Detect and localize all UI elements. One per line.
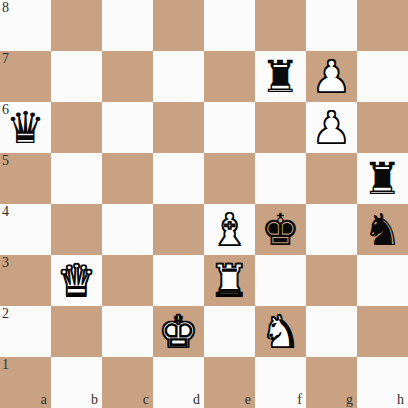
piece-white-king-d2[interactable]: ♚: [159, 306, 198, 357]
square-f6[interactable]: [255, 102, 306, 153]
square-b4[interactable]: [51, 204, 102, 255]
square-g7[interactable]: ♟: [306, 51, 357, 102]
rank-label-3: 3: [2, 255, 9, 271]
square-b3[interactable]: ♛: [51, 255, 102, 306]
square-b7[interactable]: [51, 51, 102, 102]
square-c5[interactable]: [102, 153, 153, 204]
square-d8[interactable]: [153, 0, 204, 51]
square-e6[interactable]: [204, 102, 255, 153]
piece-black-queen-a6[interactable]: ♛: [6, 102, 45, 153]
square-a2[interactable]: 2: [0, 306, 51, 357]
square-d2[interactable]: ♚: [153, 306, 204, 357]
piece-black-knight-h4[interactable]: ♞: [363, 204, 402, 255]
rank-label-1: 1: [2, 357, 9, 373]
file-label-e: e: [245, 392, 251, 408]
square-h6[interactable]: [357, 102, 408, 153]
square-b8[interactable]: [51, 0, 102, 51]
piece-white-rook-e3[interactable]: ♜: [210, 255, 249, 306]
rank-label-8: 8: [2, 0, 9, 16]
piece-white-bishop-e4[interactable]: ♝: [210, 204, 249, 255]
square-f7[interactable]: ♜: [255, 51, 306, 102]
square-h7[interactable]: [357, 51, 408, 102]
square-g6[interactable]: ♟: [306, 102, 357, 153]
square-a8[interactable]: 8: [0, 0, 51, 51]
square-d5[interactable]: [153, 153, 204, 204]
square-g2[interactable]: [306, 306, 357, 357]
file-label-h: h: [397, 392, 404, 408]
file-label-f: f: [297, 392, 302, 408]
piece-black-king-f4[interactable]: ♚: [261, 204, 300, 255]
chess-board: 87♜♟6♛♟5♜4♝♚♞3♛♜2♚♞1abcdefgh: [0, 0, 408, 408]
square-a3[interactable]: 3: [0, 255, 51, 306]
square-h5[interactable]: ♜: [357, 153, 408, 204]
square-d7[interactable]: [153, 51, 204, 102]
square-e4[interactable]: ♝: [204, 204, 255, 255]
square-f1[interactable]: f: [255, 357, 306, 408]
square-d1[interactable]: d: [153, 357, 204, 408]
square-d6[interactable]: [153, 102, 204, 153]
file-label-g: g: [346, 392, 353, 408]
square-f2[interactable]: ♞: [255, 306, 306, 357]
square-c6[interactable]: [102, 102, 153, 153]
file-label-c: c: [143, 392, 149, 408]
square-a1[interactable]: 1a: [0, 357, 51, 408]
square-b2[interactable]: [51, 306, 102, 357]
square-g1[interactable]: g: [306, 357, 357, 408]
square-d4[interactable]: [153, 204, 204, 255]
square-g3[interactable]: [306, 255, 357, 306]
square-d3[interactable]: [153, 255, 204, 306]
rank-label-2: 2: [2, 306, 9, 322]
square-c4[interactable]: [102, 204, 153, 255]
square-g5[interactable]: [306, 153, 357, 204]
square-c1[interactable]: c: [102, 357, 153, 408]
square-c3[interactable]: [102, 255, 153, 306]
square-f5[interactable]: [255, 153, 306, 204]
piece-white-knight-f2[interactable]: ♞: [261, 306, 300, 357]
square-f3[interactable]: [255, 255, 306, 306]
square-e3[interactable]: ♜: [204, 255, 255, 306]
piece-white-pawn-g6[interactable]: ♟: [312, 102, 351, 153]
file-label-a: a: [41, 392, 47, 408]
square-e5[interactable]: [204, 153, 255, 204]
square-e2[interactable]: [204, 306, 255, 357]
square-e1[interactable]: e: [204, 357, 255, 408]
square-a4[interactable]: 4: [0, 204, 51, 255]
square-f4[interactable]: ♚: [255, 204, 306, 255]
square-c2[interactable]: [102, 306, 153, 357]
square-h8[interactable]: [357, 0, 408, 51]
square-e7[interactable]: [204, 51, 255, 102]
square-b6[interactable]: [51, 102, 102, 153]
square-a6[interactable]: 6♛: [0, 102, 51, 153]
square-g4[interactable]: [306, 204, 357, 255]
piece-white-queen-b3[interactable]: ♛: [57, 255, 96, 306]
square-e8[interactable]: [204, 0, 255, 51]
square-a7[interactable]: 7: [0, 51, 51, 102]
square-h3[interactable]: [357, 255, 408, 306]
square-h4[interactable]: ♞: [357, 204, 408, 255]
square-h2[interactable]: [357, 306, 408, 357]
rank-label-7: 7: [2, 51, 9, 67]
square-f8[interactable]: [255, 0, 306, 51]
square-h1[interactable]: h: [357, 357, 408, 408]
rank-label-4: 4: [2, 204, 9, 220]
piece-white-pawn-g7[interactable]: ♟: [312, 51, 351, 102]
square-c8[interactable]: [102, 0, 153, 51]
piece-black-rook-f7[interactable]: ♜: [261, 51, 300, 102]
rank-label-5: 5: [2, 153, 9, 169]
square-c7[interactable]: [102, 51, 153, 102]
piece-black-rook-h5[interactable]: ♜: [363, 153, 402, 204]
file-label-b: b: [91, 392, 98, 408]
square-g8[interactable]: [306, 0, 357, 51]
file-label-d: d: [193, 392, 200, 408]
square-a5[interactable]: 5: [0, 153, 51, 204]
square-b1[interactable]: b: [51, 357, 102, 408]
square-b5[interactable]: [51, 153, 102, 204]
